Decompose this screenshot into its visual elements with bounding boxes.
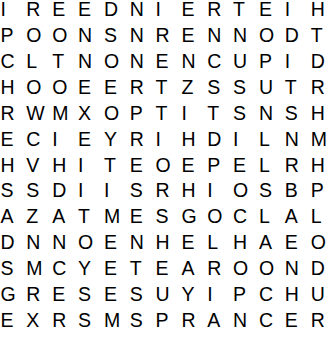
grid-cell-r6c2[interactable]: C	[26, 130, 52, 156]
grid-cell-r2c10[interactable]: N	[233, 26, 259, 52]
grid-cell-r4c6[interactable]: R	[129, 78, 155, 104]
grid-cell-r7c5[interactable]: T	[103, 156, 129, 182]
grid-cell-r8c8[interactable]: H	[181, 181, 207, 207]
grid-cell-r4c5[interactable]: E	[103, 78, 129, 104]
grid-cell-r13c2[interactable]: X	[26, 311, 52, 337]
grid-cell-r7c2[interactable]: V	[26, 156, 52, 182]
grid-cell-r4c4[interactable]: E	[78, 78, 104, 104]
grid-cell-r9c1[interactable]: A	[0, 207, 26, 233]
grid-cell-r9c4[interactable]: T	[78, 207, 104, 233]
grid-cell-r12c5[interactable]: E	[103, 285, 129, 311]
grid-cell-r10c13[interactable]: O	[310, 233, 336, 259]
grid-cell-r10c5[interactable]: E	[103, 233, 129, 259]
grid-cell-r9c9[interactable]: O	[207, 207, 233, 233]
grid-cell-r4c10[interactable]: S	[233, 78, 259, 104]
grid-cell-r6c6[interactable]: R	[129, 130, 155, 156]
grid-cell-r5c9[interactable]: T	[207, 104, 233, 130]
grid-cell-r3c9[interactable]: C	[207, 52, 233, 78]
grid-cell-r10c9[interactable]: L	[207, 233, 233, 259]
grid-cell-r2c11[interactable]: O	[258, 26, 284, 52]
grid-cell-r2c2[interactable]: O	[26, 26, 52, 52]
grid-cell-r12c8[interactable]: Y	[181, 285, 207, 311]
grid-cell-r8c6[interactable]: S	[129, 181, 155, 207]
grid-cell-r10c11[interactable]: A	[258, 233, 284, 259]
grid-cell-r2c6[interactable]: N	[129, 26, 155, 52]
grid-cell-r4c2[interactable]: O	[26, 78, 52, 104]
grid-cell-r10c2[interactable]: N	[26, 233, 52, 259]
grid-cell-r2c13[interactable]: T	[310, 26, 336, 52]
grid-cell-r2c1[interactable]: P	[0, 26, 26, 52]
grid-cell-r10c4[interactable]: O	[78, 233, 104, 259]
grid-cell-r4c9[interactable]: S	[207, 78, 233, 104]
grid-cell-r1c7[interactable]: I	[155, 0, 181, 26]
grid-cell-r11c4[interactable]: Y	[78, 259, 104, 285]
grid-cell-r10c10[interactable]: H	[233, 233, 259, 259]
grid-cell-r7c4[interactable]: I	[78, 156, 104, 182]
grid-cell-r11c11[interactable]: O	[258, 259, 284, 285]
grid-cell-r5c7[interactable]: T	[155, 104, 181, 130]
grid-cell-r13c12[interactable]: E	[284, 311, 310, 337]
grid-cell-r13c6[interactable]: S	[129, 311, 155, 337]
grid-cell-r11c5[interactable]: E	[103, 259, 129, 285]
grid-cell-r4c1[interactable]: H	[0, 78, 26, 104]
grid-cell-r12c1[interactable]: G	[0, 285, 26, 311]
grid-cell-r9c5[interactable]: M	[103, 207, 129, 233]
grid-cell-r10c7[interactable]: H	[155, 233, 181, 259]
grid-cell-r9c8[interactable]: G	[181, 207, 207, 233]
grid-cell-r3c4[interactable]: N	[78, 52, 104, 78]
grid-cell-r5c10[interactable]: S	[233, 104, 259, 130]
grid-cell-r7c13[interactable]: H	[310, 156, 336, 182]
grid-cell-r1c6[interactable]: N	[129, 0, 155, 26]
grid-cell-r7c8[interactable]: E	[181, 156, 207, 182]
grid-cell-r13c13[interactable]: R	[310, 311, 336, 337]
grid-cell-r6c7[interactable]: I	[155, 130, 181, 156]
grid-cell-r9c3[interactable]: A	[52, 207, 78, 233]
grid-cell-r8c12[interactable]: B	[284, 181, 310, 207]
grid-cell-r11c9[interactable]: R	[207, 259, 233, 285]
grid-cell-r10c8[interactable]: E	[181, 233, 207, 259]
grid-cell-r9c12[interactable]: A	[284, 207, 310, 233]
grid-cell-r2c8[interactable]: E	[181, 26, 207, 52]
grid-cell-r3c12[interactable]: I	[284, 52, 310, 78]
grid-cell-r11c13[interactable]: D	[310, 259, 336, 285]
grid-cell-r12c2[interactable]: R	[26, 285, 52, 311]
grid-cell-r13c10[interactable]: N	[233, 311, 259, 337]
grid-cell-r2c3[interactable]: O	[52, 26, 78, 52]
grid-cell-r13c9[interactable]: A	[207, 311, 233, 337]
grid-cell-r11c2[interactable]: M	[26, 259, 52, 285]
grid-cell-r6c12[interactable]: N	[284, 130, 310, 156]
grid-cell-r8c4[interactable]: I	[78, 181, 104, 207]
grid-cell-r6c5[interactable]: Y	[103, 130, 129, 156]
grid-cell-r6c11[interactable]: L	[258, 130, 284, 156]
grid-cell-r8c5[interactable]: I	[103, 181, 129, 207]
grid-cell-r12c6[interactable]: S	[129, 285, 155, 311]
grid-cell-r13c5[interactable]: M	[103, 311, 129, 337]
grid-cell-r5c4[interactable]: X	[78, 104, 104, 130]
grid-cell-r3c1[interactable]: C	[0, 52, 26, 78]
grid-cell-r1c8[interactable]: E	[181, 0, 207, 26]
grid-cell-r8c3[interactable]: D	[52, 181, 78, 207]
grid-cell-r6c8[interactable]: H	[181, 130, 207, 156]
grid-cell-r12c3[interactable]: E	[52, 285, 78, 311]
grid-cell-r5c2[interactable]: W	[26, 104, 52, 130]
grid-cell-r3c3[interactable]: T	[52, 52, 78, 78]
grid-cell-r1c2[interactable]: R	[26, 0, 52, 26]
grid-cell-r6c3[interactable]: I	[52, 130, 78, 156]
grid-cell-r7c6[interactable]: E	[129, 156, 155, 182]
grid-cell-r2c4[interactable]: N	[78, 26, 104, 52]
grid-cell-r11c6[interactable]: T	[129, 259, 155, 285]
grid-cell-r11c7[interactable]: E	[155, 259, 181, 285]
grid-cell-r8c13[interactable]: P	[310, 181, 336, 207]
grid-cell-r3c13[interactable]: D	[310, 52, 336, 78]
grid-cell-r8c7[interactable]: R	[155, 181, 181, 207]
grid-cell-r2c9[interactable]: N	[207, 26, 233, 52]
word-search-grid: IREEDNIERTEIHPOONSNRENNODTCLTNONENCUPIDH…	[0, 0, 336, 337]
grid-cell-r13c7[interactable]: P	[155, 311, 181, 337]
grid-cell-r11c1[interactable]: S	[0, 259, 26, 285]
grid-cell-r3c8[interactable]: N	[181, 52, 207, 78]
grid-cell-r4c8[interactable]: Z	[181, 78, 207, 104]
grid-cell-r4c11[interactable]: U	[258, 78, 284, 104]
grid-cell-r7c11[interactable]: L	[258, 156, 284, 182]
grid-cell-r13c8[interactable]: R	[181, 311, 207, 337]
grid-cell-r5c1[interactable]: R	[0, 104, 26, 130]
grid-cell-r6c10[interactable]: I	[233, 130, 259, 156]
grid-cell-r10c12[interactable]: E	[284, 233, 310, 259]
grid-cell-r1c12[interactable]: I	[284, 0, 310, 26]
grid-cell-r2c5[interactable]: S	[103, 26, 129, 52]
grid-cell-r13c4[interactable]: S	[78, 311, 104, 337]
grid-cell-r6c1[interactable]: E	[0, 130, 26, 156]
grid-cell-r2c7[interactable]: R	[155, 26, 181, 52]
grid-cell-r12c13[interactable]: U	[310, 285, 336, 311]
grid-cell-r1c3[interactable]: E	[52, 0, 78, 26]
grid-cell-r7c3[interactable]: H	[52, 156, 78, 182]
grid-cell-r11c8[interactable]: A	[181, 259, 207, 285]
grid-cell-r11c10[interactable]: O	[233, 259, 259, 285]
grid-cell-r1c9[interactable]: R	[207, 0, 233, 26]
grid-cell-r1c4[interactable]: E	[78, 0, 104, 26]
grid-cell-r11c12[interactable]: N	[284, 259, 310, 285]
grid-cell-r9c10[interactable]: C	[233, 207, 259, 233]
grid-cell-r6c9[interactable]: D	[207, 130, 233, 156]
grid-cell-r3c6[interactable]: N	[129, 52, 155, 78]
grid-cell-r1c1[interactable]: I	[0, 0, 26, 26]
grid-cell-r5c8[interactable]: I	[181, 104, 207, 130]
grid-cell-r3c7[interactable]: E	[155, 52, 181, 78]
grid-cell-r12c7[interactable]: U	[155, 285, 181, 311]
grid-cell-r7c12[interactable]: R	[284, 156, 310, 182]
grid-cell-r7c10[interactable]: E	[233, 156, 259, 182]
grid-cell-r10c6[interactable]: N	[129, 233, 155, 259]
grid-cell-r1c10[interactable]: T	[233, 0, 259, 26]
grid-cell-r11c3[interactable]: C	[52, 259, 78, 285]
grid-cell-r4c13[interactable]: R	[310, 78, 336, 104]
grid-cell-r13c11[interactable]: C	[258, 311, 284, 337]
grid-cell-r1c13[interactable]: H	[310, 0, 336, 26]
grid-cell-r8c2[interactable]: S	[26, 181, 52, 207]
grid-cell-r3c11[interactable]: P	[258, 52, 284, 78]
grid-cell-r3c2[interactable]: L	[26, 52, 52, 78]
grid-cell-r6c4[interactable]: E	[78, 130, 104, 156]
grid-cell-r13c3[interactable]: R	[52, 311, 78, 337]
grid-cell-r6c13[interactable]: M	[310, 130, 336, 156]
grid-cell-r5c12[interactable]: S	[284, 104, 310, 130]
grid-cell-r9c13[interactable]: L	[310, 207, 336, 233]
grid-cell-r5c5[interactable]: O	[103, 104, 129, 130]
grid-cell-r5c13[interactable]: H	[310, 104, 336, 130]
grid-cell-r2c12[interactable]: D	[284, 26, 310, 52]
grid-cell-r12c12[interactable]: H	[284, 285, 310, 311]
grid-cell-r7c9[interactable]: P	[207, 156, 233, 182]
grid-cell-r4c3[interactable]: O	[52, 78, 78, 104]
grid-cell-r5c11[interactable]: N	[258, 104, 284, 130]
grid-cell-r3c5[interactable]: O	[103, 52, 129, 78]
grid-cell-r5c3[interactable]: M	[52, 104, 78, 130]
grid-cell-r7c7[interactable]: O	[155, 156, 181, 182]
grid-cell-r10c3[interactable]: N	[52, 233, 78, 259]
grid-cell-r12c4[interactable]: S	[78, 285, 104, 311]
grid-cell-r8c11[interactable]: S	[258, 181, 284, 207]
grid-cell-r8c9[interactable]: I	[207, 181, 233, 207]
grid-cell-r5c6[interactable]: P	[129, 104, 155, 130]
grid-cell-r7c1[interactable]: H	[0, 156, 26, 182]
grid-cell-r1c5[interactable]: D	[103, 0, 129, 26]
grid-cell-r9c6[interactable]: E	[129, 207, 155, 233]
grid-cell-r4c7[interactable]: T	[155, 78, 181, 104]
grid-cell-r8c10[interactable]: O	[233, 181, 259, 207]
grid-cell-r12c10[interactable]: P	[233, 285, 259, 311]
grid-cell-r12c11[interactable]: C	[258, 285, 284, 311]
grid-cell-r4c12[interactable]: T	[284, 78, 310, 104]
grid-cell-r12c9[interactable]: I	[207, 285, 233, 311]
grid-cell-r8c1[interactable]: S	[0, 181, 26, 207]
grid-cell-r9c2[interactable]: Z	[26, 207, 52, 233]
grid-cell-r10c1[interactable]: D	[0, 233, 26, 259]
grid-cell-r1c11[interactable]: E	[258, 0, 284, 26]
grid-cell-r3c10[interactable]: U	[233, 52, 259, 78]
grid-cell-r9c11[interactable]: L	[258, 207, 284, 233]
grid-cell-r9c7[interactable]: S	[155, 207, 181, 233]
grid-cell-r13c1[interactable]: E	[0, 311, 26, 337]
